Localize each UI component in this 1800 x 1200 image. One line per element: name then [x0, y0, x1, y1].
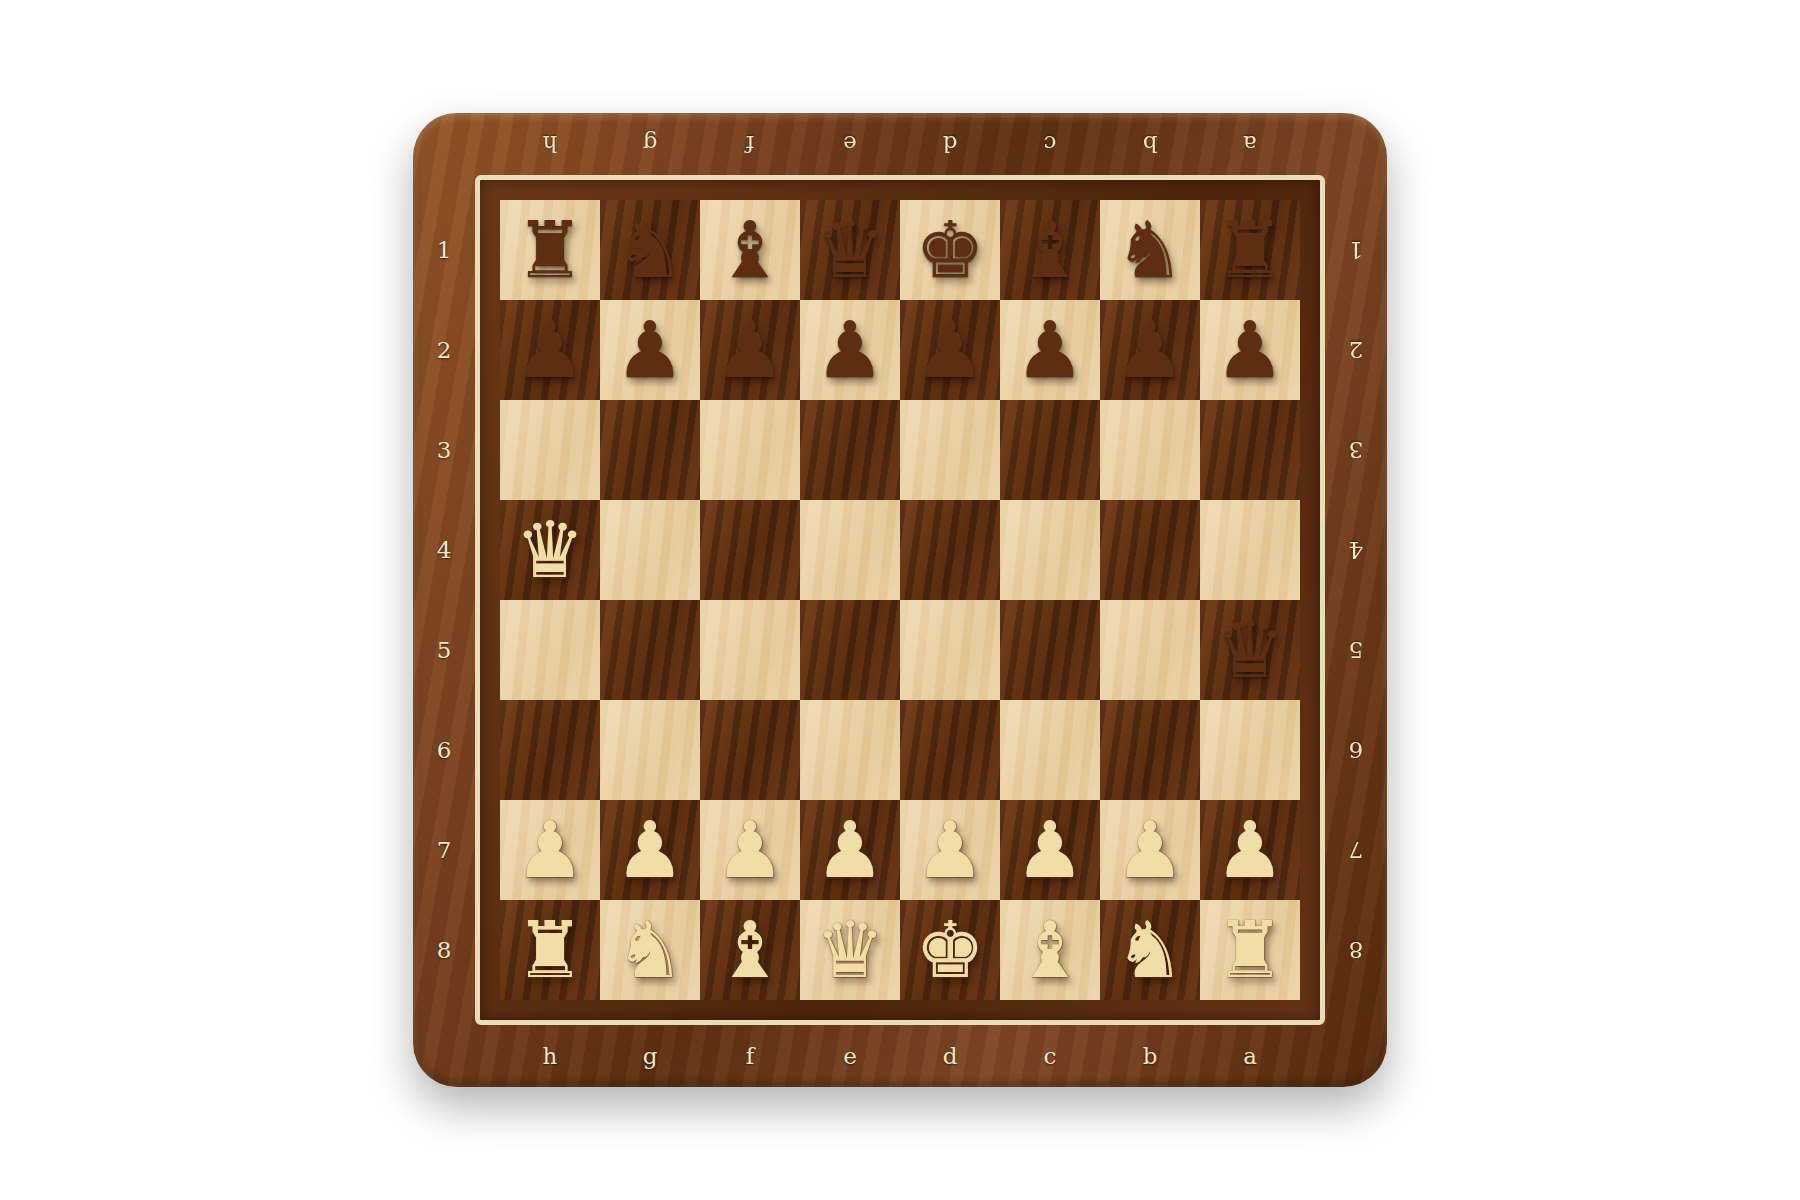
square-b3[interactable]: [1100, 400, 1200, 500]
rank-label-left-6: 6: [429, 735, 459, 765]
file-label-top-e: e: [835, 129, 865, 159]
black-pawn-f2[interactable]: ♟: [715, 311, 785, 389]
rank-label-right-3: 3: [1341, 435, 1371, 465]
square-c7[interactable]: ♟: [1000, 800, 1100, 900]
square-h3[interactable]: [500, 400, 600, 500]
square-b2[interactable]: ♟: [1100, 300, 1200, 400]
rank-label-left-5: 5: [429, 635, 459, 665]
square-c5[interactable]: [1000, 600, 1100, 700]
square-h1[interactable]: ♜: [500, 200, 600, 300]
black-queen-e1[interactable]: ♛: [815, 211, 885, 289]
square-g5[interactable]: [600, 600, 700, 700]
square-c3[interactable]: [1000, 400, 1100, 500]
square-h6[interactable]: [500, 700, 600, 800]
file-label-top-f: f: [735, 129, 765, 159]
rank-label-left-2: 2: [429, 335, 459, 365]
file-label-bottom-f: f: [735, 1041, 765, 1071]
rank-label-left-3: 3: [429, 435, 459, 465]
square-e5[interactable]: [800, 600, 900, 700]
square-f4[interactable]: [700, 500, 800, 600]
square-e3[interactable]: [800, 400, 900, 500]
black-pawn-h2[interactable]: ♟: [515, 311, 585, 389]
file-label-bottom-a: a: [1235, 1041, 1265, 1071]
square-e2[interactable]: ♟: [800, 300, 900, 400]
white-pawn-g7[interactable]: ♟: [615, 811, 685, 889]
black-bishop-c1[interactable]: ♝: [1015, 211, 1085, 289]
square-c1[interactable]: ♝: [1000, 200, 1100, 300]
black-pawn-c2[interactable]: ♟: [1015, 311, 1085, 389]
square-f6[interactable]: [700, 700, 800, 800]
file-label-bottom-b: b: [1135, 1041, 1165, 1071]
square-d1[interactable]: ♚: [900, 200, 1000, 300]
square-d3[interactable]: [900, 400, 1000, 500]
file-label-bottom-g: g: [635, 1041, 665, 1071]
square-h8[interactable]: ♜: [500, 900, 600, 1000]
file-label-top-h: h: [535, 129, 565, 159]
square-e4[interactable]: [800, 500, 900, 600]
square-d2[interactable]: ♟: [900, 300, 1000, 400]
square-a4[interactable]: [1200, 500, 1300, 600]
white-pawn-h7[interactable]: ♟: [515, 811, 585, 889]
rank-label-right-4: 4: [1341, 535, 1371, 565]
white-queen-e8[interactable]: ♛: [815, 911, 885, 989]
square-g4[interactable]: [600, 500, 700, 600]
square-h2[interactable]: ♟: [500, 300, 600, 400]
square-a5[interactable]: ♛: [1200, 600, 1300, 700]
black-knight-b1[interactable]: ♞: [1115, 211, 1185, 289]
white-pawn-b7[interactable]: ♟: [1115, 811, 1185, 889]
black-knight-g1[interactable]: ♞: [615, 211, 685, 289]
rank-label-right-7: 7: [1341, 835, 1371, 865]
square-h5[interactable]: [500, 600, 600, 700]
white-rook-h8[interactable]: ♜: [515, 911, 585, 989]
square-f1[interactable]: ♝: [700, 200, 800, 300]
black-rook-a1[interactable]: ♜: [1215, 211, 1285, 289]
black-queen-a5[interactable]: ♛: [1215, 611, 1285, 689]
rank-label-left-8: 8: [429, 935, 459, 965]
square-b7[interactable]: ♟: [1100, 800, 1200, 900]
rank-label-right-1: 1: [1341, 235, 1371, 265]
square-a8[interactable]: ♜: [1200, 900, 1300, 1000]
square-c2[interactable]: ♟: [1000, 300, 1100, 400]
white-rook-a8[interactable]: ♜: [1215, 911, 1285, 989]
square-g3[interactable]: [600, 400, 700, 500]
square-a2[interactable]: ♟: [1200, 300, 1300, 400]
square-h7[interactable]: ♟: [500, 800, 600, 900]
square-g8[interactable]: ♞: [600, 900, 700, 1000]
square-g6[interactable]: [600, 700, 700, 800]
square-c8[interactable]: ♝: [1000, 900, 1100, 1000]
black-bishop-f1[interactable]: ♝: [715, 211, 785, 289]
squares-grid: ♜♞♝♛♚♝♞♜♟♟♟♟♟♟♟♟♛♛♟♟♟♟♟♟♟♟♜♞♝♛♚♝♞♜: [500, 200, 1300, 1000]
square-b1[interactable]: ♞: [1100, 200, 1200, 300]
white-knight-b8[interactable]: ♞: [1115, 911, 1185, 989]
white-pawn-a7[interactable]: ♟: [1215, 811, 1285, 889]
square-d5[interactable]: [900, 600, 1000, 700]
square-g7[interactable]: ♟: [600, 800, 700, 900]
square-b4[interactable]: [1100, 500, 1200, 600]
square-g1[interactable]: ♞: [600, 200, 700, 300]
rank-label-right-2: 2: [1341, 335, 1371, 365]
square-b5[interactable]: [1100, 600, 1200, 700]
photo-backdrop: ♜♞♝♛♚♝♞♜♟♟♟♟♟♟♟♟♛♛♟♟♟♟♟♟♟♟♜♞♝♛♚♝♞♜ 11hh2…: [0, 0, 1800, 1200]
square-c6[interactable]: [1000, 700, 1100, 800]
square-e6[interactable]: [800, 700, 900, 800]
rank-label-left-7: 7: [429, 835, 459, 865]
square-e1[interactable]: ♛: [800, 200, 900, 300]
square-b8[interactable]: ♞: [1100, 900, 1200, 1000]
white-queen-h4[interactable]: ♛: [515, 511, 585, 589]
square-b6[interactable]: [1100, 700, 1200, 800]
white-bishop-f8[interactable]: ♝: [715, 911, 785, 989]
file-label-top-g: g: [635, 129, 665, 159]
square-d7[interactable]: ♟: [900, 800, 1000, 900]
black-pawn-b2[interactable]: ♟: [1115, 311, 1185, 389]
rank-label-left-1: 1: [429, 235, 459, 265]
square-d4[interactable]: [900, 500, 1000, 600]
white-pawn-c7[interactable]: ♟: [1015, 811, 1085, 889]
square-e7[interactable]: ♟: [800, 800, 900, 900]
square-a3[interactable]: [1200, 400, 1300, 500]
black-rook-h1[interactable]: ♜: [515, 211, 585, 289]
white-pawn-f7[interactable]: ♟: [715, 811, 785, 889]
square-d6[interactable]: [900, 700, 1000, 800]
square-e8[interactable]: ♛: [800, 900, 900, 1000]
square-a7[interactable]: ♟: [1200, 800, 1300, 900]
white-king-d8[interactable]: ♚: [915, 911, 985, 989]
white-pawn-d7[interactable]: ♟: [915, 811, 985, 889]
black-pawn-e2[interactable]: ♟: [815, 311, 885, 389]
white-pawn-e7[interactable]: ♟: [815, 811, 885, 889]
file-label-top-b: b: [1135, 129, 1165, 159]
square-c4[interactable]: [1000, 500, 1100, 600]
file-label-bottom-e: e: [835, 1041, 865, 1071]
square-d8[interactable]: ♚: [900, 900, 1000, 1000]
file-label-bottom-d: d: [935, 1041, 965, 1071]
square-a1[interactable]: ♜: [1200, 200, 1300, 300]
file-label-top-a: a: [1235, 129, 1265, 159]
black-king-d1[interactable]: ♚: [915, 211, 985, 289]
black-pawn-g2[interactable]: ♟: [615, 311, 685, 389]
black-pawn-d2[interactable]: ♟: [915, 311, 985, 389]
file-label-top-d: d: [935, 129, 965, 159]
square-f5[interactable]: [700, 600, 800, 700]
square-f8[interactable]: ♝: [700, 900, 800, 1000]
rank-label-left-4: 4: [429, 535, 459, 565]
rank-label-right-5: 5: [1341, 635, 1371, 665]
rank-label-right-8: 8: [1341, 935, 1371, 965]
square-h4[interactable]: ♛: [500, 500, 600, 600]
square-f3[interactable]: [700, 400, 800, 500]
square-f7[interactable]: ♟: [700, 800, 800, 900]
board-rim: ♜♞♝♛♚♝♞♜♟♟♟♟♟♟♟♟♛♛♟♟♟♟♟♟♟♟♜♞♝♛♚♝♞♜ 11hh2…: [413, 113, 1387, 1087]
square-a6[interactable]: [1200, 700, 1300, 800]
rank-label-right-6: 6: [1341, 735, 1371, 765]
white-knight-g8[interactable]: ♞: [615, 911, 685, 989]
file-label-bottom-h: h: [535, 1041, 565, 1071]
file-label-bottom-c: c: [1035, 1041, 1065, 1071]
file-label-top-c: c: [1035, 129, 1065, 159]
square-g2[interactable]: ♟: [600, 300, 700, 400]
white-bishop-c8[interactable]: ♝: [1015, 911, 1085, 989]
playing-area: ♜♞♝♛♚♝♞♜♟♟♟♟♟♟♟♟♛♛♟♟♟♟♟♟♟♟♜♞♝♛♚♝♞♜: [475, 175, 1325, 1025]
black-pawn-a2[interactable]: ♟: [1215, 311, 1285, 389]
square-f2[interactable]: ♟: [700, 300, 800, 400]
